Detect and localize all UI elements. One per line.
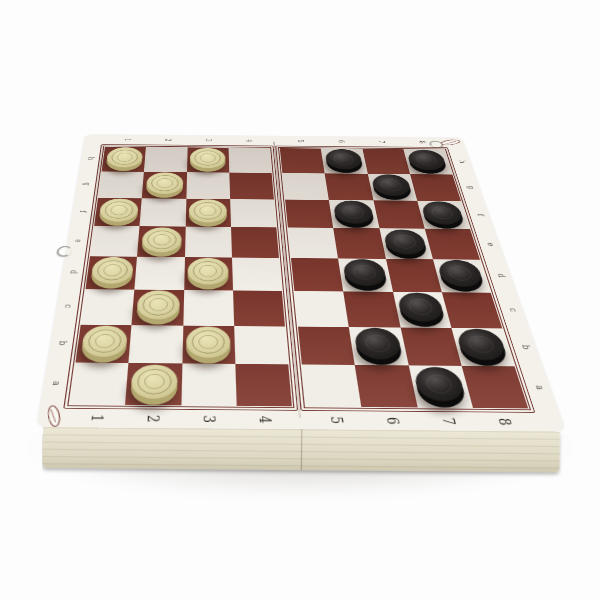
- square-2f[interactable]: [140, 198, 186, 227]
- dark-piece-6f[interactable]: [332, 200, 374, 223]
- square-6b[interactable]: [349, 327, 408, 366]
- board-left-half-grid: [70, 147, 292, 407]
- square-5b[interactable]: [298, 326, 355, 365]
- dark-piece-top: [332, 200, 374, 223]
- light-piece-2g[interactable]: [146, 172, 184, 194]
- square-5f[interactable]: [285, 199, 333, 228]
- row-label-left-f: f: [78, 210, 87, 212]
- square-6c[interactable]: [343, 291, 400, 327]
- row-label-right-b: b: [519, 345, 530, 350]
- light-piece-top: [186, 326, 231, 358]
- square-7a[interactable]: [408, 366, 472, 408]
- square-3g[interactable]: [186, 172, 230, 199]
- square-8d[interactable]: [433, 259, 491, 292]
- col-label-top-2: 2: [163, 139, 171, 142]
- square-8h[interactable]: [403, 149, 452, 174]
- dark-piece-top: [353, 328, 403, 360]
- dark-piece-top: [383, 229, 428, 254]
- square-7e[interactable]: [379, 228, 433, 259]
- square-8f[interactable]: [417, 200, 470, 229]
- dark-piece-top: [406, 150, 447, 171]
- square-2b[interactable]: [129, 325, 183, 364]
- square-3d[interactable]: [184, 257, 233, 290]
- row-label-left-a: a: [50, 381, 61, 386]
- square-8b[interactable]: [451, 328, 515, 367]
- light-piece-top: [188, 258, 229, 285]
- dark-piece-top: [455, 329, 508, 361]
- light-piece-1b[interactable]: [80, 325, 127, 357]
- light-piece-top: [189, 199, 227, 222]
- dark-piece-7a[interactable]: [413, 367, 467, 402]
- light-piece-top: [90, 257, 134, 284]
- light-piece-1h[interactable]: [105, 147, 142, 167]
- col-label-bottom-7: 7: [440, 417, 457, 425]
- square-1d[interactable]: [86, 256, 138, 289]
- square-1a[interactable]: [70, 363, 129, 405]
- light-piece-2e[interactable]: [141, 227, 181, 252]
- col-label-bottom-6: 6: [383, 417, 400, 425]
- row-label-left-h: h: [86, 157, 94, 160]
- light-piece-3b[interactable]: [186, 326, 231, 358]
- light-piece-top: [190, 148, 226, 168]
- square-1f[interactable]: [94, 198, 142, 227]
- col-label-top-7: 7: [377, 140, 385, 143]
- square-2a[interactable]: [125, 363, 182, 405]
- square-1c[interactable]: [81, 289, 135, 325]
- square-6g[interactable]: [325, 173, 373, 200]
- col-label-top-5: 5: [295, 140, 303, 143]
- dark-piece-7g[interactable]: [371, 174, 413, 196]
- row-label-right-a: a: [533, 385, 545, 390]
- row-label-right-d: d: [495, 274, 505, 278]
- square-7f[interactable]: [373, 200, 425, 229]
- col-label-top-3: 3: [204, 139, 212, 142]
- col-label-bottom-5: 5: [327, 416, 343, 424]
- square-8g[interactable]: [410, 174, 461, 201]
- light-piece-top: [80, 325, 127, 357]
- square-3f[interactable]: [185, 198, 231, 227]
- product-photo: 1234567812345678abcdefghabcdefgh: [0, 0, 600, 600]
- square-7b[interactable]: [400, 327, 461, 366]
- dark-piece-top: [396, 293, 445, 322]
- square-5g[interactable]: [282, 173, 329, 200]
- square-2g[interactable]: [142, 172, 187, 199]
- row-label-left-b: b: [56, 341, 67, 346]
- col-label-top-1: 1: [122, 138, 130, 141]
- dark-piece-8f[interactable]: [420, 201, 465, 224]
- row-label-left-d: d: [68, 270, 78, 274]
- board-right-half: [275, 146, 535, 413]
- light-piece-top: [105, 147, 142, 167]
- dark-piece-7e[interactable]: [383, 229, 428, 254]
- square-2d[interactable]: [135, 257, 185, 290]
- dark-piece-top: [420, 201, 465, 224]
- dark-piece-7c[interactable]: [396, 293, 445, 322]
- col-label-bottom-8: 8: [496, 418, 514, 426]
- square-7g[interactable]: [367, 174, 417, 201]
- board-right-half-grid: [280, 148, 528, 408]
- square-1b[interactable]: [75, 324, 131, 363]
- square-3h[interactable]: [187, 147, 229, 172]
- square-5h[interactable]: [280, 148, 325, 173]
- row-label-right-g: g: [466, 186, 475, 189]
- square-4f[interactable]: [230, 199, 276, 228]
- square-4h[interactable]: [228, 148, 271, 173]
- row-label-left-c: c: [62, 304, 72, 308]
- dark-piece-6h[interactable]: [324, 149, 363, 169]
- square-8e[interactable]: [425, 229, 480, 260]
- col-label-bottom-2: 2: [144, 415, 160, 423]
- col-label-top-8: 8: [417, 141, 426, 144]
- dark-piece-6d[interactable]: [342, 259, 388, 286]
- square-8a[interactable]: [461, 366, 528, 408]
- square-3a[interactable]: [181, 364, 237, 406]
- square-5d[interactable]: [291, 258, 343, 291]
- col-label-bottom-1: 1: [88, 414, 104, 422]
- row-label-right-h: h: [457, 160, 466, 163]
- col-label-top-6: 6: [336, 140, 344, 143]
- row-label-right-f: f: [475, 214, 484, 216]
- row-label-left-e: e: [73, 239, 82, 242]
- square-7h[interactable]: [362, 149, 410, 174]
- square-2h[interactable]: [144, 147, 187, 172]
- light-piece-2c[interactable]: [136, 290, 180, 319]
- light-piece-top: [130, 364, 178, 398]
- square-6a[interactable]: [355, 365, 417, 407]
- col-label-top-4: 4: [245, 139, 253, 142]
- col-label-bottom-4: 4: [257, 416, 273, 424]
- light-piece-top: [136, 290, 180, 319]
- square-6d[interactable]: [338, 258, 392, 291]
- dark-piece-6b[interactable]: [353, 328, 403, 360]
- dark-piece-top: [371, 174, 413, 196]
- square-7c[interactable]: [392, 292, 451, 328]
- square-3c[interactable]: [183, 290, 234, 326]
- checkers-board: 1234567812345678abcdefghabcdefgh: [37, 134, 566, 431]
- brand-oval-badge-bottom-left-icon: [46, 404, 62, 427]
- dark-piece-8h[interactable]: [406, 150, 447, 171]
- light-piece-top: [146, 172, 184, 194]
- row-label-left-g: g: [82, 183, 91, 186]
- metal-clasp-left-icon: [55, 245, 74, 257]
- light-piece-1d[interactable]: [90, 257, 134, 284]
- square-4g[interactable]: [229, 172, 274, 199]
- light-piece-top: [98, 198, 138, 221]
- square-6e[interactable]: [333, 228, 385, 259]
- row-label-right-c: c: [507, 308, 518, 312]
- light-piece-2a[interactable]: [130, 364, 178, 398]
- dark-piece-top: [437, 260, 486, 287]
- dark-piece-top: [413, 367, 467, 402]
- square-8c[interactable]: [442, 292, 503, 328]
- board-left-half: [63, 144, 298, 411]
- square-4d[interactable]: [232, 258, 282, 291]
- square-4e[interactable]: [231, 227, 279, 258]
- perspective-scene: 1234567812345678abcdefghabcdefgh: [0, 0, 600, 600]
- square-4a[interactable]: [235, 364, 292, 406]
- square-6h[interactable]: [321, 149, 367, 174]
- square-5a[interactable]: [302, 365, 362, 407]
- light-piece-3h[interactable]: [190, 148, 226, 168]
- light-piece-top: [141, 227, 181, 252]
- square-3e[interactable]: [185, 227, 232, 258]
- dark-piece-top: [324, 149, 363, 169]
- square-1h[interactable]: [102, 147, 146, 172]
- square-5c[interactable]: [294, 291, 349, 327]
- dark-piece-8d[interactable]: [437, 260, 486, 287]
- labels-layer: 1234567812345678abcdefghabcdefgh: [85, 134, 462, 137]
- dark-piece-8b[interactable]: [455, 329, 508, 361]
- square-6f[interactable]: [329, 200, 379, 229]
- square-1e[interactable]: [90, 226, 140, 257]
- light-piece-3f[interactable]: [189, 199, 227, 222]
- light-piece-3d[interactable]: [188, 258, 229, 285]
- light-piece-1f[interactable]: [98, 198, 138, 221]
- square-4c[interactable]: [233, 290, 285, 326]
- board-3d-wrapper: 1234567812345678abcdefghabcdefgh: [37, 134, 566, 431]
- row-label-right-e: e: [485, 243, 495, 246]
- square-5e[interactable]: [288, 228, 338, 259]
- square-2e[interactable]: [137, 226, 185, 257]
- square-2c[interactable]: [132, 289, 184, 325]
- dark-piece-top: [342, 259, 388, 286]
- square-1g[interactable]: [98, 171, 144, 198]
- col-label-bottom-3: 3: [201, 415, 217, 423]
- square-4b[interactable]: [234, 326, 288, 365]
- square-3b[interactable]: [182, 325, 235, 364]
- square-7d[interactable]: [385, 259, 441, 292]
- wood-front-edge: [42, 427, 559, 472]
